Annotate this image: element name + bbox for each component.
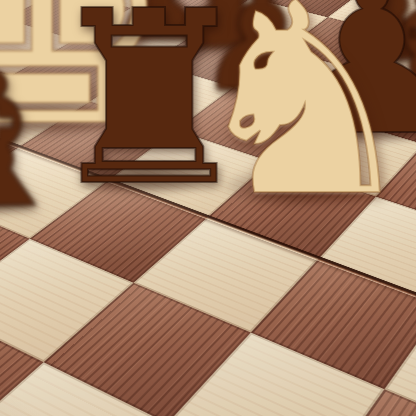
pieces-layer: ♟♟♟♟♝♟♚♜♞♝ — [0, 0, 416, 416]
chess-set-photo: ♟♟♟♟♝♟♚♜♞♝ — [0, 0, 416, 416]
piece-white-knight: ♞ — [185, 0, 416, 233]
piece-black-bishop: ♝ — [0, 49, 75, 234]
